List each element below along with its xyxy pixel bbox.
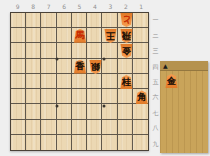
shogi-board: と馬王飛金香銀桂角 [10,12,149,151]
board-square-4-5[interactable] [87,74,102,89]
file-label-5: 5 [72,3,87,10]
board-square-8-7[interactable] [26,104,41,119]
board-square-8-2[interactable] [26,28,41,43]
board-square-7-7[interactable] [41,104,56,119]
file-label-1: 1 [134,3,149,10]
board-square-7-2[interactable] [41,28,56,43]
board-square-3-8[interactable] [102,120,117,135]
board-square-1-8[interactable] [133,120,148,135]
board-square-1-7[interactable] [133,104,148,119]
board-square-5-7[interactable] [72,104,87,119]
sente-marker-icon: ▲ [163,63,168,69]
board-square-6-8[interactable] [57,120,72,135]
board-square-1-2[interactable] [133,28,148,43]
board-square-3-9[interactable] [102,135,117,150]
board-square-3-6[interactable] [102,89,117,104]
board-square-4-8[interactable] [87,120,102,135]
board-square-8-3[interactable] [26,43,41,58]
board-square-4-6[interactable] [87,89,102,104]
board-square-7-6[interactable] [41,89,56,104]
board-square-2-6[interactable] [118,89,133,104]
board-square-6-5[interactable] [57,74,72,89]
board-square-8-1[interactable] [26,13,41,28]
board-square-7-4[interactable] [41,59,56,74]
file-label-3: 3 [103,3,118,10]
board-square-6-3[interactable] [57,43,72,58]
board-square-1-3[interactable] [133,43,148,58]
sente-hand-header: ▲ [160,61,208,71]
rank-label-7: 七 [151,109,160,116]
board-square-6-1[interactable] [57,13,72,28]
board-square-6-7[interactable] [57,104,72,119]
board-square-9-3[interactable] [11,43,26,58]
board-square-9-1[interactable] [11,13,26,28]
file-label-4: 4 [87,3,102,10]
komadai-sente: ▲ 金 [160,61,208,153]
rank-label-2: 二 [151,32,160,39]
board-square-8-5[interactable] [26,74,41,89]
board-square-4-1[interactable] [87,13,102,28]
hoshi-dot [56,58,59,61]
board-square-7-9[interactable] [41,135,56,150]
rank-label-6: 六 [151,93,160,100]
board-square-9-8[interactable] [11,120,26,135]
board-square-9-6[interactable] [11,89,26,104]
board-square-5-5[interactable] [72,74,87,89]
board-square-5-6[interactable] [72,89,87,104]
board-square-5-3[interactable] [72,43,87,58]
board-square-8-6[interactable] [26,89,41,104]
board-square-8-9[interactable] [26,135,41,150]
file-label-2: 2 [118,3,133,10]
rank-label-5: 五 [151,78,160,85]
board-square-8-4[interactable] [26,59,41,74]
board-square-9-4[interactable] [11,59,26,74]
rank-label-4: 四 [151,63,160,70]
hoshi-dot [102,104,105,107]
board-square-8-8[interactable] [26,120,41,135]
board-square-5-8[interactable] [72,120,87,135]
board-square-4-7[interactable] [87,104,102,119]
board-square-7-1[interactable] [41,13,56,28]
file-label-7: 7 [41,3,56,10]
board-square-2-9[interactable] [118,135,133,150]
file-label-8: 8 [26,3,41,10]
board-square-6-6[interactable] [57,89,72,104]
board-square-3-4[interactable] [102,59,117,74]
hoshi-dot [102,58,105,61]
board-square-7-8[interactable] [41,120,56,135]
hand-piece-gold[interactable]: 金 [165,74,178,88]
rank-label-3: 三 [151,47,160,54]
board-square-6-4[interactable] [57,59,72,74]
sente-hand-area: 金 [160,71,208,153]
board-square-4-9[interactable] [87,135,102,150]
board-square-1-4[interactable] [133,59,148,74]
file-label-9: 9 [10,3,25,10]
board-square-3-3[interactable] [102,43,117,58]
board-square-3-5[interactable] [102,74,117,89]
shogi-diagram: と馬王飛金香銀桂角 987654321 一二三四五六七八九 ▲ 金 [0,0,210,156]
board-square-6-2[interactable] [57,28,72,43]
board-square-5-9[interactable] [72,135,87,150]
board-square-4-3[interactable] [87,43,102,58]
rank-label-8: 八 [151,124,160,131]
board-square-1-9[interactable] [133,135,148,150]
board-square-7-5[interactable] [41,74,56,89]
board-square-6-9[interactable] [57,135,72,150]
board-square-1-1[interactable] [133,13,148,28]
board-square-4-2[interactable] [87,28,102,43]
board-square-5-1[interactable] [72,13,87,28]
board-square-7-3[interactable] [41,43,56,58]
board-square-9-7[interactable] [11,104,26,119]
hoshi-dot [56,104,59,107]
board-square-9-9[interactable] [11,135,26,150]
board-square-9-5[interactable] [11,74,26,89]
rank-label-9: 九 [151,140,160,147]
board-square-3-1[interactable] [102,13,117,28]
board-square-9-2[interactable] [11,28,26,43]
rank-label-1: 一 [151,16,160,23]
board-square-2-7[interactable] [118,104,133,119]
board-square-1-5[interactable] [133,74,148,89]
board-square-2-8[interactable] [118,120,133,135]
file-label-6: 6 [57,3,72,10]
board-square-2-4[interactable] [118,59,133,74]
